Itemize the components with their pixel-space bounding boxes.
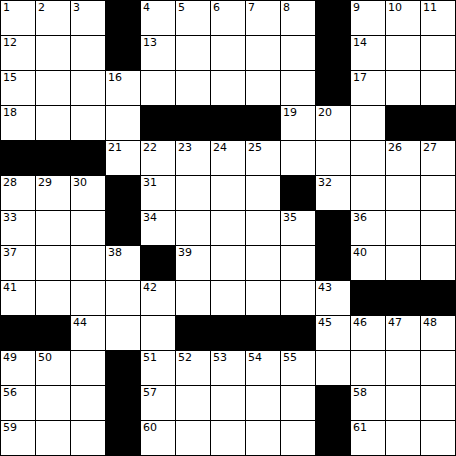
- black-cell: [316, 246, 351, 281]
- clue-number: 20: [318, 107, 332, 119]
- black-cell: [386, 281, 421, 316]
- white-cell[interactable]: 51: [141, 351, 176, 386]
- white-cell[interactable]: [316, 351, 351, 386]
- white-cell[interactable]: [386, 36, 421, 71]
- white-cell[interactable]: [246, 386, 281, 421]
- white-cell[interactable]: 52: [176, 351, 211, 386]
- white-cell[interactable]: 56: [1, 386, 36, 421]
- white-cell[interactable]: 38: [106, 246, 141, 281]
- white-cell[interactable]: [71, 386, 106, 421]
- white-cell[interactable]: [36, 421, 71, 456]
- white-cell[interactable]: [386, 421, 421, 456]
- white-cell[interactable]: [246, 281, 281, 316]
- white-cell[interactable]: 37: [1, 246, 36, 281]
- white-cell[interactable]: 18: [1, 106, 36, 141]
- white-cell[interactable]: [246, 176, 281, 211]
- clue-number: 50: [38, 352, 52, 364]
- clue-number: 6: [213, 2, 220, 14]
- white-cell[interactable]: [106, 106, 141, 141]
- black-cell: [36, 316, 71, 351]
- white-cell[interactable]: [281, 246, 316, 281]
- white-cell[interactable]: 30: [71, 176, 106, 211]
- clue-number: 8: [283, 2, 290, 14]
- white-cell[interactable]: [281, 36, 316, 71]
- clue-number: 25: [248, 142, 262, 154]
- white-cell[interactable]: [281, 141, 316, 176]
- clue-number: 13: [143, 37, 157, 49]
- white-cell[interactable]: 9: [351, 1, 386, 36]
- clue-number: 47: [388, 317, 402, 329]
- clue-number: 11: [423, 2, 437, 14]
- black-cell: [316, 71, 351, 106]
- clue-number: 26: [388, 142, 402, 154]
- clue-number: 1: [3, 2, 10, 14]
- white-cell[interactable]: [386, 246, 421, 281]
- white-cell[interactable]: 2: [36, 1, 71, 36]
- white-cell[interactable]: 7: [246, 1, 281, 36]
- white-cell[interactable]: 50: [36, 351, 71, 386]
- white-cell[interactable]: 40: [351, 246, 386, 281]
- white-cell[interactable]: 33: [1, 211, 36, 246]
- black-cell: [106, 176, 141, 211]
- white-cell[interactable]: 5: [176, 1, 211, 36]
- white-cell[interactable]: 22: [141, 141, 176, 176]
- clue-number: 32: [318, 177, 332, 189]
- white-cell[interactable]: [351, 141, 386, 176]
- white-cell[interactable]: 47: [386, 316, 421, 351]
- white-cell[interactable]: [421, 211, 456, 246]
- white-cell[interactable]: [211, 386, 246, 421]
- black-cell: [421, 106, 456, 141]
- white-cell[interactable]: [36, 106, 71, 141]
- white-cell[interactable]: [421, 421, 456, 456]
- white-cell[interactable]: [36, 211, 71, 246]
- clue-number: 21: [108, 142, 122, 154]
- white-cell[interactable]: [106, 281, 141, 316]
- white-cell[interactable]: [386, 211, 421, 246]
- white-cell[interactable]: [176, 211, 211, 246]
- white-cell[interactable]: [176, 281, 211, 316]
- white-cell[interactable]: 57: [141, 386, 176, 421]
- white-cell[interactable]: 59: [1, 421, 36, 456]
- clue-number: 53: [213, 352, 227, 364]
- black-cell: [316, 211, 351, 246]
- white-cell[interactable]: 23: [176, 141, 211, 176]
- clue-number: 15: [3, 72, 17, 84]
- clue-number: 61: [353, 422, 367, 434]
- clue-number: 52: [178, 352, 192, 364]
- white-cell[interactable]: [386, 71, 421, 106]
- white-cell[interactable]: 27: [421, 141, 456, 176]
- clue-number: 59: [3, 422, 17, 434]
- white-cell[interactable]: [71, 421, 106, 456]
- clue-number: 57: [143, 387, 157, 399]
- white-cell[interactable]: 60: [141, 421, 176, 456]
- white-cell[interactable]: 58: [351, 386, 386, 421]
- white-cell[interactable]: 31: [141, 176, 176, 211]
- white-cell[interactable]: [176, 71, 211, 106]
- black-cell: [421, 281, 456, 316]
- white-cell[interactable]: 19: [281, 106, 316, 141]
- clue-number: 10: [388, 2, 402, 14]
- white-cell[interactable]: [36, 386, 71, 421]
- white-cell[interactable]: [36, 281, 71, 316]
- clue-number: 46: [353, 317, 367, 329]
- black-cell: [106, 421, 141, 456]
- clue-number: 9: [353, 2, 360, 14]
- white-cell[interactable]: 55: [281, 351, 316, 386]
- white-cell[interactable]: [421, 176, 456, 211]
- white-cell[interactable]: 14: [351, 36, 386, 71]
- white-cell[interactable]: 46: [351, 316, 386, 351]
- white-cell[interactable]: [211, 36, 246, 71]
- black-cell: [1, 141, 36, 176]
- white-cell[interactable]: 36: [351, 211, 386, 246]
- white-cell[interactable]: 43: [316, 281, 351, 316]
- clue-number: 49: [3, 352, 17, 364]
- white-cell[interactable]: [316, 141, 351, 176]
- clue-number: 38: [108, 247, 122, 259]
- white-cell[interactable]: 41: [1, 281, 36, 316]
- clue-number: 5: [178, 2, 185, 14]
- white-cell[interactable]: [71, 106, 106, 141]
- white-cell[interactable]: 12: [1, 36, 36, 71]
- clue-number: 43: [318, 282, 332, 294]
- white-cell[interactable]: [211, 421, 246, 456]
- crossword-grid: 1234567891011121314151617181920212223242…: [0, 0, 456, 456]
- clue-number: 23: [178, 142, 192, 154]
- white-cell[interactable]: 42: [141, 281, 176, 316]
- white-cell[interactable]: 53: [211, 351, 246, 386]
- white-cell[interactable]: [421, 246, 456, 281]
- clue-number: 17: [353, 72, 367, 84]
- white-cell[interactable]: 13: [141, 36, 176, 71]
- white-cell[interactable]: 35: [281, 211, 316, 246]
- white-cell[interactable]: [71, 281, 106, 316]
- white-cell[interactable]: [281, 386, 316, 421]
- white-cell[interactable]: [36, 246, 71, 281]
- clue-number: 35: [283, 212, 297, 224]
- black-cell: [106, 386, 141, 421]
- clue-number: 29: [38, 177, 52, 189]
- clue-number: 28: [3, 177, 17, 189]
- white-cell[interactable]: [246, 36, 281, 71]
- white-cell[interactable]: [421, 351, 456, 386]
- clue-number: 7: [248, 2, 255, 14]
- white-cell[interactable]: 11: [421, 1, 456, 36]
- clue-number: 12: [3, 37, 17, 49]
- black-cell: [351, 281, 386, 316]
- clue-number: 48: [423, 317, 437, 329]
- white-cell[interactable]: 61: [351, 421, 386, 456]
- black-cell: [106, 211, 141, 246]
- clue-number: 4: [143, 2, 150, 14]
- black-cell: [141, 106, 176, 141]
- white-cell[interactable]: [211, 176, 246, 211]
- clue-number: 37: [3, 247, 17, 259]
- black-cell: [106, 1, 141, 36]
- white-cell[interactable]: [71, 351, 106, 386]
- white-cell[interactable]: [176, 176, 211, 211]
- white-cell[interactable]: [351, 106, 386, 141]
- white-cell[interactable]: 29: [36, 176, 71, 211]
- clue-number: 16: [108, 72, 122, 84]
- black-cell: [176, 106, 211, 141]
- white-cell[interactable]: 45: [316, 316, 351, 351]
- clue-number: 2: [38, 2, 45, 14]
- white-cell[interactable]: 54: [246, 351, 281, 386]
- clue-number: 40: [353, 247, 367, 259]
- white-cell[interactable]: 21: [106, 141, 141, 176]
- black-cell: [316, 36, 351, 71]
- white-cell[interactable]: [211, 281, 246, 316]
- clue-number: 56: [3, 387, 17, 399]
- black-cell: [36, 141, 71, 176]
- white-cell[interactable]: [246, 246, 281, 281]
- white-cell[interactable]: [421, 71, 456, 106]
- white-cell[interactable]: [386, 386, 421, 421]
- white-cell[interactable]: [351, 351, 386, 386]
- clue-number: 19: [283, 107, 297, 119]
- clue-number: 18: [3, 107, 17, 119]
- white-cell[interactable]: 6: [211, 1, 246, 36]
- clue-number: 34: [143, 212, 157, 224]
- white-cell[interactable]: 39: [176, 246, 211, 281]
- clue-number: 41: [3, 282, 17, 294]
- black-cell: [106, 351, 141, 386]
- white-cell[interactable]: 15: [1, 71, 36, 106]
- black-cell: [211, 316, 246, 351]
- black-cell: [316, 1, 351, 36]
- black-cell: [281, 176, 316, 211]
- clue-number: 39: [178, 247, 192, 259]
- clue-number: 36: [353, 212, 367, 224]
- white-cell[interactable]: [211, 71, 246, 106]
- black-cell: [246, 316, 281, 351]
- clue-number: 60: [143, 422, 157, 434]
- white-cell[interactable]: [141, 71, 176, 106]
- clue-number: 44: [73, 317, 87, 329]
- white-cell[interactable]: 3: [71, 1, 106, 36]
- white-cell[interactable]: 1: [1, 1, 36, 36]
- clue-number: 55: [283, 352, 297, 364]
- clue-number: 22: [143, 142, 157, 154]
- white-cell[interactable]: [176, 421, 211, 456]
- clue-number: 27: [423, 142, 437, 154]
- white-cell[interactable]: [71, 246, 106, 281]
- clue-number: 45: [318, 317, 332, 329]
- white-cell[interactable]: [176, 386, 211, 421]
- white-cell[interactable]: [386, 176, 421, 211]
- white-cell[interactable]: [141, 316, 176, 351]
- white-cell[interactable]: 28: [1, 176, 36, 211]
- white-cell[interactable]: 44: [71, 316, 106, 351]
- white-cell[interactable]: [351, 176, 386, 211]
- black-cell: [316, 386, 351, 421]
- clue-number: 51: [143, 352, 157, 364]
- white-cell[interactable]: [246, 211, 281, 246]
- white-cell[interactable]: [386, 351, 421, 386]
- black-cell: [246, 106, 281, 141]
- black-cell: [386, 106, 421, 141]
- clue-number: 58: [353, 387, 367, 399]
- white-cell[interactable]: [246, 421, 281, 456]
- black-cell: [71, 141, 106, 176]
- white-cell[interactable]: [71, 36, 106, 71]
- black-cell: [176, 316, 211, 351]
- white-cell[interactable]: 25: [246, 141, 281, 176]
- white-cell[interactable]: [281, 281, 316, 316]
- white-cell[interactable]: [36, 36, 71, 71]
- white-cell[interactable]: 32: [316, 176, 351, 211]
- white-cell[interactable]: [71, 211, 106, 246]
- black-cell: [211, 106, 246, 141]
- white-cell[interactable]: 24: [211, 141, 246, 176]
- white-cell[interactable]: [176, 36, 211, 71]
- clue-number: 14: [353, 37, 367, 49]
- white-cell[interactable]: [106, 316, 141, 351]
- white-cell[interactable]: [71, 71, 106, 106]
- clue-number: 3: [73, 2, 80, 14]
- white-cell[interactable]: 48: [421, 316, 456, 351]
- clue-number: 30: [73, 177, 87, 189]
- clue-number: 54: [248, 352, 262, 364]
- black-cell: [281, 316, 316, 351]
- white-cell[interactable]: [36, 71, 71, 106]
- black-cell: [316, 421, 351, 456]
- white-cell[interactable]: 17: [351, 71, 386, 106]
- black-cell: [106, 36, 141, 71]
- white-cell[interactable]: 20: [316, 106, 351, 141]
- white-cell[interactable]: [246, 71, 281, 106]
- black-cell: [1, 316, 36, 351]
- white-cell[interactable]: [211, 211, 246, 246]
- white-cell[interactable]: 16: [106, 71, 141, 106]
- white-cell[interactable]: 4: [141, 1, 176, 36]
- white-cell[interactable]: 34: [141, 211, 176, 246]
- white-cell[interactable]: 8: [281, 1, 316, 36]
- white-cell[interactable]: [421, 386, 456, 421]
- black-cell: [141, 246, 176, 281]
- white-cell[interactable]: 49: [1, 351, 36, 386]
- clue-number: 42: [143, 282, 157, 294]
- white-cell[interactable]: [281, 421, 316, 456]
- white-cell[interactable]: 10: [386, 1, 421, 36]
- white-cell[interactable]: [211, 246, 246, 281]
- clue-number: 24: [213, 142, 227, 154]
- clue-number: 31: [143, 177, 157, 189]
- white-cell[interactable]: [421, 36, 456, 71]
- white-cell[interactable]: [281, 71, 316, 106]
- white-cell[interactable]: 26: [386, 141, 421, 176]
- clue-number: 33: [3, 212, 17, 224]
